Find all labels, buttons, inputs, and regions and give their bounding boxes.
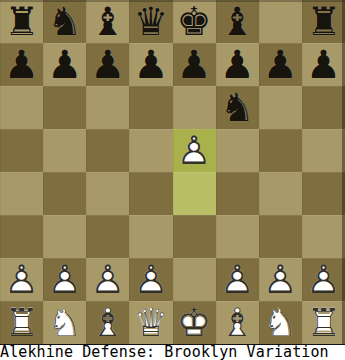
square-g4[interactable] — [259, 172, 302, 215]
square-b8[interactable]: ♞ — [43, 0, 86, 43]
black-pawn[interactable]: ♟ — [302, 43, 345, 86]
white-pawn[interactable]: ♟♙ — [129, 258, 172, 301]
square-f4[interactable] — [216, 172, 259, 215]
black-queen[interactable]: ♛ — [129, 0, 172, 43]
white-knight[interactable]: ♞♘ — [43, 301, 86, 344]
opening-name-caption: Alekhine Defense: Brooklyn Variation — [0, 344, 345, 360]
square-h3[interactable] — [302, 215, 345, 258]
chess-app: ♜♞♝♛♚♝♜♟♟♟♟♟♟♟♟♞♟♙♟♙♟♙♟♙♟♙♟♙♟♙♟♙♜♖♞♘♝♗♛♕… — [0, 0, 345, 360]
black-bishop[interactable]: ♝ — [86, 0, 129, 43]
square-a8[interactable]: ♜ — [0, 0, 43, 43]
black-bishop[interactable]: ♝ — [216, 0, 259, 43]
square-f6[interactable]: ♞ — [216, 86, 259, 129]
square-e1[interactable]: ♚♔ — [173, 301, 216, 344]
piece-glyph: ♝ — [86, 0, 129, 43]
square-f5[interactable] — [216, 129, 259, 172]
black-pawn[interactable]: ♟ — [173, 43, 216, 86]
black-pawn[interactable]: ♟ — [43, 43, 86, 86]
square-e3[interactable] — [173, 215, 216, 258]
black-rook[interactable]: ♜ — [0, 0, 43, 43]
square-b3[interactable] — [43, 215, 86, 258]
square-g3[interactable] — [259, 215, 302, 258]
square-h8[interactable]: ♜ — [302, 0, 345, 43]
white-bishop[interactable]: ♝♗ — [86, 301, 129, 344]
piece-glyph: ♟ — [43, 43, 86, 86]
piece-glyph: ♟ — [173, 43, 216, 86]
square-c8[interactable]: ♝ — [86, 0, 129, 43]
piece-glyph: ♞ — [216, 86, 259, 129]
piece-glyph: ♟ — [129, 43, 172, 86]
square-d7[interactable]: ♟ — [129, 43, 172, 86]
square-e7[interactable]: ♟ — [173, 43, 216, 86]
black-knight[interactable]: ♞ — [43, 0, 86, 43]
piece-glyph: ♟ — [302, 43, 345, 86]
square-c5[interactable] — [86, 129, 129, 172]
square-c3[interactable] — [86, 215, 129, 258]
piece-glyph: ♟ — [0, 43, 43, 86]
white-knight[interactable]: ♞♘ — [259, 301, 302, 344]
square-b7[interactable]: ♟ — [43, 43, 86, 86]
square-f2[interactable]: ♟♙ — [216, 258, 259, 301]
square-a4[interactable] — [0, 172, 43, 215]
piece-outline-glyph: ♗ — [86, 301, 129, 344]
square-f7[interactable]: ♟ — [216, 43, 259, 86]
square-b1[interactable]: ♞♘ — [43, 301, 86, 344]
white-rook[interactable]: ♜♖ — [0, 301, 43, 344]
white-bishop[interactable]: ♝♗ — [216, 301, 259, 344]
piece-outline-glyph: ♙ — [0, 258, 43, 301]
square-g5[interactable] — [259, 129, 302, 172]
square-g2[interactable]: ♟♙ — [259, 258, 302, 301]
square-a7[interactable]: ♟ — [0, 43, 43, 86]
black-pawn[interactable]: ♟ — [216, 43, 259, 86]
black-rook[interactable]: ♜ — [302, 0, 345, 43]
square-d5[interactable] — [129, 129, 172, 172]
square-c7[interactable]: ♟ — [86, 43, 129, 86]
square-g6[interactable] — [259, 86, 302, 129]
piece-outline-glyph: ♙ — [86, 258, 129, 301]
square-g1[interactable]: ♞♘ — [259, 301, 302, 344]
piece-glyph: ♝ — [216, 0, 259, 43]
black-pawn[interactable]: ♟ — [259, 43, 302, 86]
white-queen[interactable]: ♛♕ — [129, 301, 172, 344]
piece-outline-glyph: ♗ — [216, 301, 259, 344]
white-pawn[interactable]: ♟♙ — [259, 258, 302, 301]
square-f3[interactable] — [216, 215, 259, 258]
piece-glyph: ♜ — [302, 0, 345, 43]
square-d4[interactable] — [129, 172, 172, 215]
square-h1[interactable]: ♜♖ — [302, 301, 345, 344]
piece-outline-glyph: ♙ — [302, 258, 345, 301]
square-b5[interactable] — [43, 129, 86, 172]
black-pawn[interactable]: ♟ — [86, 43, 129, 86]
white-pawn[interactable]: ♟♙ — [216, 258, 259, 301]
white-pawn[interactable]: ♟♙ — [173, 129, 216, 172]
square-a3[interactable] — [0, 215, 43, 258]
piece-outline-glyph: ♙ — [173, 129, 216, 172]
black-pawn[interactable]: ♟ — [0, 43, 43, 86]
piece-outline-glyph: ♔ — [173, 301, 216, 344]
white-king[interactable]: ♚♔ — [173, 301, 216, 344]
piece-outline-glyph: ♙ — [43, 258, 86, 301]
piece-glyph: ♜ — [0, 0, 43, 43]
square-c6[interactable] — [86, 86, 129, 129]
piece-outline-glyph: ♘ — [259, 301, 302, 344]
piece-outline-glyph: ♖ — [0, 301, 43, 344]
square-b2[interactable]: ♟♙ — [43, 258, 86, 301]
chess-board: ♜♞♝♛♚♝♜♟♟♟♟♟♟♟♟♞♟♙♟♙♟♙♟♙♟♙♟♙♟♙♟♙♜♖♞♘♝♗♛♕… — [0, 0, 345, 344]
square-a2[interactable]: ♟♙ — [0, 258, 43, 301]
square-h6[interactable] — [302, 86, 345, 129]
black-king[interactable]: ♚ — [173, 0, 216, 43]
square-h7[interactable]: ♟ — [302, 43, 345, 86]
square-a5[interactable] — [0, 129, 43, 172]
black-knight[interactable]: ♞ — [216, 86, 259, 129]
square-b4[interactable] — [43, 172, 86, 215]
white-pawn[interactable]: ♟♙ — [0, 258, 43, 301]
piece-outline-glyph: ♙ — [129, 258, 172, 301]
square-c1[interactable]: ♝♗ — [86, 301, 129, 344]
square-g7[interactable]: ♟ — [259, 43, 302, 86]
square-e5[interactable]: ♟♙ — [173, 129, 216, 172]
piece-outline-glyph: ♖ — [302, 301, 345, 344]
square-d6[interactable] — [129, 86, 172, 129]
piece-glyph: ♟ — [86, 43, 129, 86]
piece-outline-glyph: ♘ — [43, 301, 86, 344]
square-h4[interactable] — [302, 172, 345, 215]
square-h5[interactable] — [302, 129, 345, 172]
piece-outline-glyph: ♙ — [216, 258, 259, 301]
square-a6[interactable] — [0, 86, 43, 129]
square-d3[interactable] — [129, 215, 172, 258]
square-e8[interactable]: ♚ — [173, 0, 216, 43]
black-pawn[interactable]: ♟ — [129, 43, 172, 86]
square-e2[interactable] — [173, 258, 216, 301]
square-f8[interactable]: ♝ — [216, 0, 259, 43]
piece-glyph: ♟ — [216, 43, 259, 86]
piece-outline-glyph: ♕ — [129, 301, 172, 344]
white-pawn[interactable]: ♟♙ — [86, 258, 129, 301]
piece-glyph: ♞ — [43, 0, 86, 43]
square-b6[interactable] — [43, 86, 86, 129]
white-pawn[interactable]: ♟♙ — [302, 258, 345, 301]
piece-glyph: ♛ — [129, 0, 172, 43]
piece-outline-glyph: ♙ — [259, 258, 302, 301]
piece-glyph: ♟ — [259, 43, 302, 86]
square-c2[interactable]: ♟♙ — [86, 258, 129, 301]
square-f1[interactable]: ♝♗ — [216, 301, 259, 344]
square-e6[interactable] — [173, 86, 216, 129]
square-e4[interactable] — [173, 172, 216, 215]
white-pawn[interactable]: ♟♙ — [43, 258, 86, 301]
square-g8[interactable] — [259, 0, 302, 43]
square-d8[interactable]: ♛ — [129, 0, 172, 43]
piece-glyph: ♚ — [173, 0, 216, 43]
square-d2[interactable]: ♟♙ — [129, 258, 172, 301]
square-d1[interactable]: ♛♕ — [129, 301, 172, 344]
square-h2[interactable]: ♟♙ — [302, 258, 345, 301]
square-a1[interactable]: ♜♖ — [0, 301, 43, 344]
square-c4[interactable] — [86, 172, 129, 215]
white-rook[interactable]: ♜♖ — [302, 301, 345, 344]
